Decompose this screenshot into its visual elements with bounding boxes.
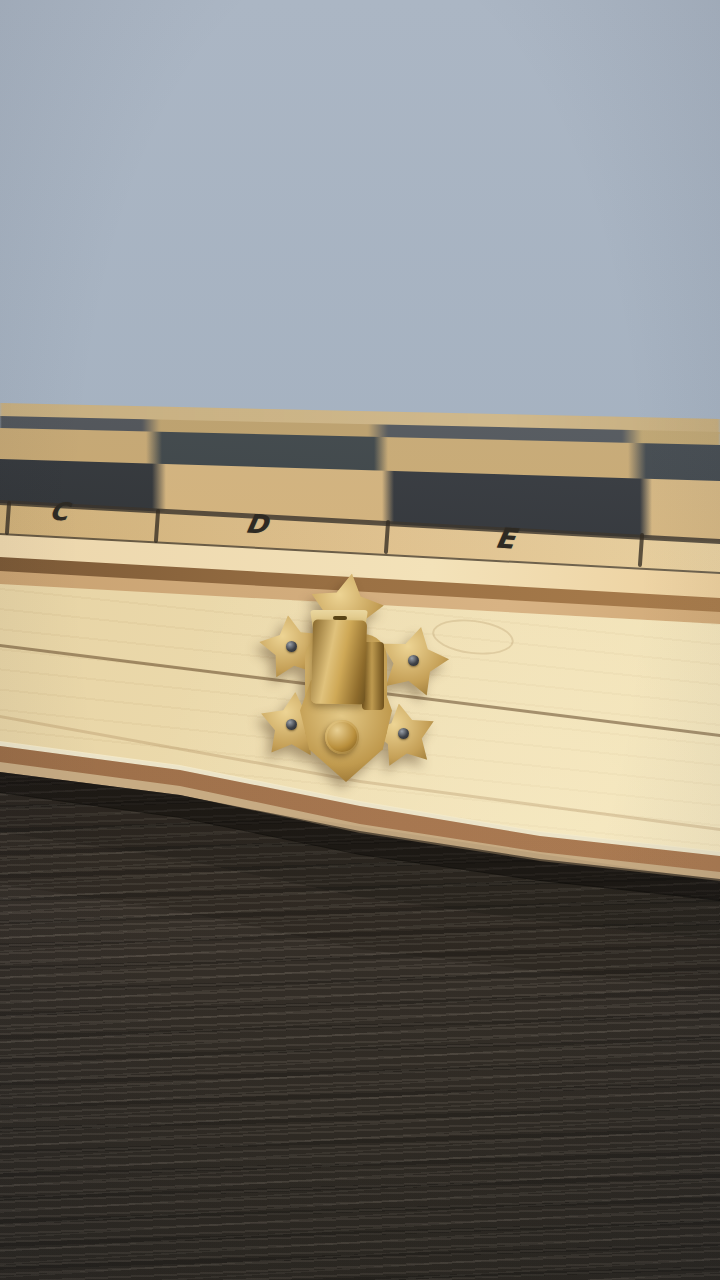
chess-box-photo: C D E — [0, 0, 720, 1280]
photo-vignette — [0, 0, 720, 1280]
